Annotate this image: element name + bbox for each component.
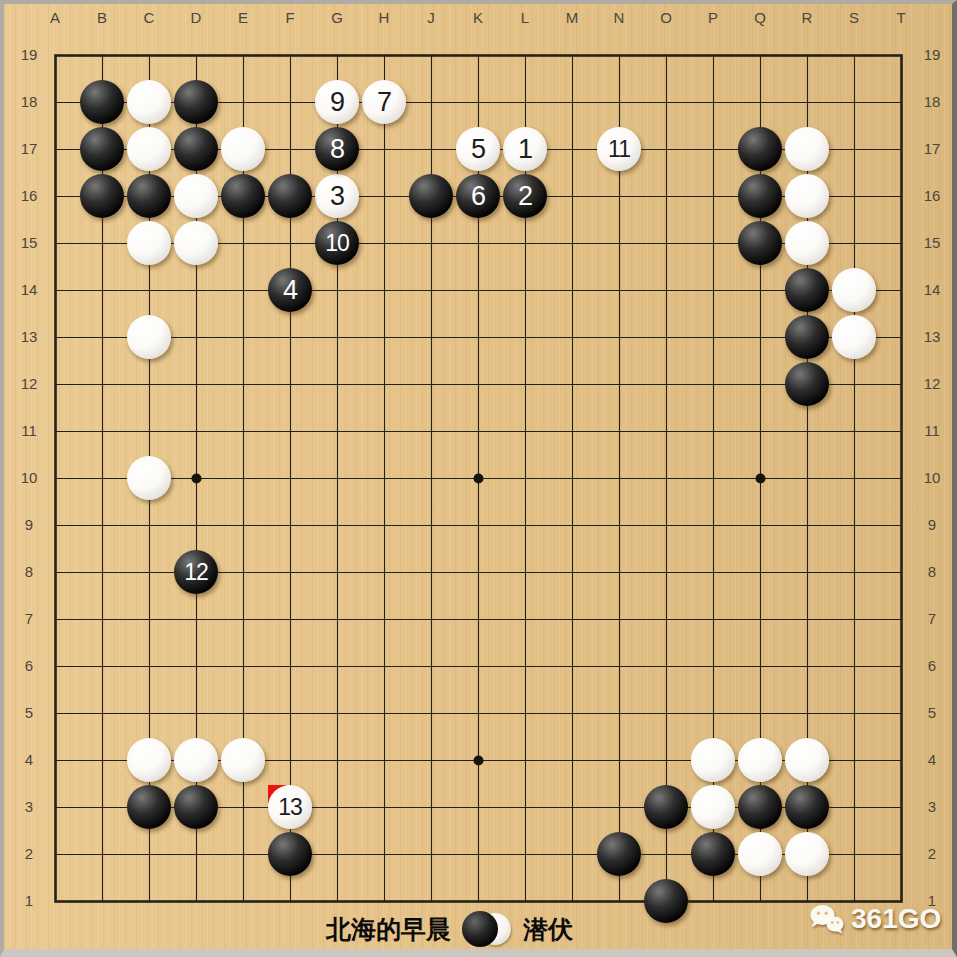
stone-white-N17[interactable]: 11 (597, 127, 641, 171)
intersection-O1[interactable] (643, 878, 690, 925)
intersection-D8[interactable]: 12 (173, 549, 220, 596)
stone-white-R4[interactable] (785, 738, 829, 782)
intersection-Q2[interactable] (737, 831, 784, 878)
stone-black-L16[interactable]: 2 (503, 174, 547, 218)
move-number: 8 (330, 136, 344, 163)
col-label-G: G (314, 8, 361, 28)
stone-black-Q16[interactable] (738, 174, 782, 218)
intersection-G18[interactable]: 9 (314, 79, 361, 126)
row-label-left-9: 9 (12, 515, 46, 535)
stone-white-C18[interactable] (127, 80, 171, 124)
intersection-E4[interactable] (220, 737, 267, 784)
move-number: 7 (377, 89, 391, 116)
intersection-C17[interactable] (126, 126, 173, 173)
row-label-left-11: 11 (12, 421, 46, 441)
move-number: 9 (330, 89, 344, 116)
stone-black-C3[interactable] (127, 785, 171, 829)
move-number: 1 (518, 136, 532, 163)
row-label-left-2: 2 (12, 844, 46, 864)
black-vs-white-stones-icon (462, 910, 512, 948)
stone-black-D17[interactable] (174, 127, 218, 171)
intersection-R17[interactable] (784, 126, 831, 173)
row-label-left-3: 3 (12, 797, 46, 817)
intersection-F16[interactable] (267, 173, 314, 220)
logo-text: 361GO (851, 903, 941, 935)
col-label-K: K (455, 8, 502, 28)
intersection-G15[interactable]: 10 (314, 220, 361, 267)
row-label-left-1: 1 (12, 891, 46, 911)
stone-white-Q4[interactable] (738, 738, 782, 782)
intersection-C15[interactable] (126, 220, 173, 267)
stone-black-C16[interactable] (127, 174, 171, 218)
stone-white-R15[interactable] (785, 221, 829, 265)
stone-black-D8[interactable]: 12 (174, 550, 218, 594)
row-label-left-8: 8 (12, 562, 46, 582)
intersection-S13[interactable] (831, 314, 878, 361)
stone-black-R13[interactable] (785, 315, 829, 359)
move-number: 3 (330, 183, 344, 210)
row-label-left-15: 15 (12, 233, 46, 253)
stone-black-O3[interactable] (644, 785, 688, 829)
intersection-Q16[interactable] (737, 173, 784, 220)
intersection-E17[interactable] (220, 126, 267, 173)
row-label-left-12: 12 (12, 374, 46, 394)
row-label-right-17: 17 (915, 139, 949, 159)
intersection-G17[interactable]: 8 (314, 126, 361, 173)
stone-white-G18[interactable]: 9 (315, 80, 359, 124)
stone-black-B17[interactable] (80, 127, 124, 171)
stone-white-R2[interactable] (785, 832, 829, 876)
stone-black-G15[interactable]: 10 (315, 221, 359, 265)
intersection-F14[interactable]: 4 (267, 267, 314, 314)
stone-white-S14[interactable] (832, 268, 876, 312)
col-label-R: R (784, 8, 831, 28)
stone-white-D15[interactable] (174, 221, 218, 265)
black-stone-icon (462, 911, 498, 947)
col-label-S: S (831, 8, 878, 28)
intersection-D18[interactable] (173, 79, 220, 126)
stone-white-D4[interactable] (174, 738, 218, 782)
stone-black-R3[interactable] (785, 785, 829, 829)
intersection-C10[interactable] (126, 455, 173, 502)
game-info-bar: 北海的早晨 潜伏 (326, 908, 573, 950)
row-label-left-13: 13 (12, 327, 46, 347)
row-label-right-3: 3 (915, 797, 949, 817)
stone-white-C15[interactable] (127, 221, 171, 265)
intersection-D15[interactable] (173, 220, 220, 267)
intersection-G16[interactable]: 3 (314, 173, 361, 220)
move-number: 10 (325, 232, 349, 255)
stone-black-P2[interactable] (691, 832, 735, 876)
stone-black-N2[interactable] (597, 832, 641, 876)
stone-white-C17[interactable] (127, 127, 171, 171)
col-label-T: T (878, 8, 925, 28)
intersection-D16[interactable] (173, 173, 220, 220)
intersection-O3[interactable] (643, 784, 690, 831)
stone-black-R12[interactable] (785, 362, 829, 406)
col-label-D: D (173, 8, 220, 28)
intersection-Q17[interactable] (737, 126, 784, 173)
intersection-P2[interactable] (690, 831, 737, 878)
stone-white-K17[interactable]: 5 (456, 127, 500, 171)
row-label-right-8: 8 (915, 562, 949, 582)
intersection-C18[interactable] (126, 79, 173, 126)
col-label-H: H (361, 8, 408, 28)
stone-black-K16[interactable]: 6 (456, 174, 500, 218)
intersection-Q15[interactable] (737, 220, 784, 267)
361go-logo: 361GO (810, 901, 941, 937)
row-label-left-10: 10 (12, 468, 46, 488)
intersection-J16[interactable] (408, 173, 455, 220)
col-label-F: F (267, 8, 314, 28)
intersection-D3[interactable] (173, 784, 220, 831)
col-label-P: P (690, 8, 737, 28)
intersection-F2[interactable] (267, 831, 314, 878)
intersection-N17[interactable]: 11 (596, 126, 643, 173)
row-label-left-4: 4 (12, 750, 46, 770)
intersection-L17[interactable]: 1 (502, 126, 549, 173)
stone-black-F14[interactable]: 4 (268, 268, 312, 312)
move-number: 2 (518, 183, 532, 210)
intersection-R12[interactable] (784, 361, 831, 408)
stone-black-B18[interactable] (80, 80, 124, 124)
stone-black-J16[interactable] (409, 174, 453, 218)
stone-black-Q3[interactable] (738, 785, 782, 829)
intersection-B16[interactable] (79, 173, 126, 220)
row-label-right-19: 19 (915, 45, 949, 65)
white-player-name: 潜伏 (523, 913, 573, 946)
col-label-M: M (549, 8, 596, 28)
row-label-right-4: 4 (915, 750, 949, 770)
stone-black-G17[interactable]: 8 (315, 127, 359, 171)
intersection-C16[interactable] (126, 173, 173, 220)
row-label-right-10: 10 (915, 468, 949, 488)
row-label-right-12: 12 (915, 374, 949, 394)
stone-white-C10[interactable] (127, 456, 171, 500)
stone-white-F3[interactable]: 13 (268, 785, 312, 829)
move-number: 4 (283, 277, 297, 304)
intersection-D4[interactable] (173, 737, 220, 784)
move-number: 6 (471, 183, 485, 210)
row-label-right-5: 5 (915, 703, 949, 723)
stone-white-P3[interactable] (691, 785, 735, 829)
row-label-right-13: 13 (915, 327, 949, 347)
col-label-J: J (408, 8, 455, 28)
stone-white-R17[interactable] (785, 127, 829, 171)
stone-black-D18[interactable] (174, 80, 218, 124)
intersection-P3[interactable] (690, 784, 737, 831)
intersection-C3[interactable] (126, 784, 173, 831)
stone-black-F2[interactable] (268, 832, 312, 876)
intersection-R4[interactable] (784, 737, 831, 784)
stone-white-S13[interactable] (832, 315, 876, 359)
intersection-N2[interactable] (596, 831, 643, 878)
row-label-right-7: 7 (915, 609, 949, 629)
intersection-D17[interactable] (173, 126, 220, 173)
intersection-R14[interactable] (784, 267, 831, 314)
intersection-R13[interactable] (784, 314, 831, 361)
row-label-left-5: 5 (12, 703, 46, 723)
row-label-left-18: 18 (12, 92, 46, 112)
intersection-B18[interactable] (79, 79, 126, 126)
stone-black-B16[interactable] (80, 174, 124, 218)
intersection-R2[interactable] (784, 831, 831, 878)
intersection-C13[interactable] (126, 314, 173, 361)
stone-black-E16[interactable] (221, 174, 265, 218)
row-label-left-7: 7 (12, 609, 46, 629)
col-label-N: N (596, 8, 643, 28)
intersection-Q4[interactable] (737, 737, 784, 784)
row-label-left-6: 6 (12, 656, 46, 676)
intersection-Q3[interactable] (737, 784, 784, 831)
stone-white-P4[interactable] (691, 738, 735, 782)
stone-black-Q15[interactable] (738, 221, 782, 265)
intersection-S14[interactable] (831, 267, 878, 314)
row-label-right-15: 15 (915, 233, 949, 253)
col-label-E: E (220, 8, 267, 28)
intersection-E16[interactable] (220, 173, 267, 220)
stone-white-C13[interactable] (127, 315, 171, 359)
stone-white-Q2[interactable] (738, 832, 782, 876)
intersection-P4[interactable] (690, 737, 737, 784)
intersection-B17[interactable] (79, 126, 126, 173)
intersection-K16[interactable]: 6 (455, 173, 502, 220)
intersection-L16[interactable]: 2 (502, 173, 549, 220)
row-label-right-18: 18 (915, 92, 949, 112)
stone-white-H18[interactable]: 7 (362, 80, 406, 124)
stone-white-E17[interactable] (221, 127, 265, 171)
row-label-right-9: 9 (915, 515, 949, 535)
black-player-name: 北海的早晨 (326, 913, 451, 946)
col-label-B: B (79, 8, 126, 28)
col-label-A: A (32, 8, 79, 28)
row-label-right-14: 14 (915, 280, 949, 300)
intersection-R3[interactable] (784, 784, 831, 831)
stone-white-G16[interactable]: 3 (315, 174, 359, 218)
row-label-right-11: 11 (915, 421, 949, 441)
intersection-K17[interactable]: 5 (455, 126, 502, 173)
stone-white-R16[interactable] (785, 174, 829, 218)
row-label-left-14: 14 (12, 280, 46, 300)
stone-white-C4[interactable] (127, 738, 171, 782)
row-label-right-6: 6 (915, 656, 949, 676)
move-number: 11 (608, 138, 630, 161)
stone-black-F16[interactable] (268, 174, 312, 218)
col-label-C: C (126, 8, 173, 28)
stone-black-Q17[interactable] (738, 127, 782, 171)
stone-black-R14[interactable] (785, 268, 829, 312)
move-number: 13 (278, 796, 302, 819)
row-label-left-17: 17 (12, 139, 46, 159)
row-label-left-19: 19 (12, 45, 46, 65)
goban: 12345678910111213 ABCDEFGHJKLMNOPQRST191… (4, 4, 952, 949)
move-number: 12 (184, 561, 208, 584)
intersection-R15[interactable] (784, 220, 831, 267)
col-label-O: O (643, 8, 690, 28)
stone-black-D3[interactable] (174, 785, 218, 829)
go-app-window: 12345678910111213 ABCDEFGHJKLMNOPQRST191… (0, 0, 957, 957)
stone-white-L17[interactable]: 1 (503, 127, 547, 171)
row-label-right-16: 16 (915, 186, 949, 206)
row-label-right-2: 2 (915, 844, 949, 864)
intersection-F3[interactable]: 13 (267, 784, 314, 831)
stone-black-O1[interactable] (644, 879, 688, 923)
row-label-left-16: 16 (12, 186, 46, 206)
intersection-R16[interactable] (784, 173, 831, 220)
intersection-C4[interactable] (126, 737, 173, 784)
board-grid[interactable]: 12345678910111213 (32, 32, 925, 925)
col-label-Q: Q (737, 8, 784, 28)
stone-white-D16[interactable] (174, 174, 218, 218)
stone-white-E4[interactable] (221, 738, 265, 782)
col-label-L: L (502, 8, 549, 28)
move-number: 5 (471, 136, 485, 163)
wechat-icon (810, 904, 844, 934)
intersection-H18[interactable]: 7 (361, 79, 408, 126)
